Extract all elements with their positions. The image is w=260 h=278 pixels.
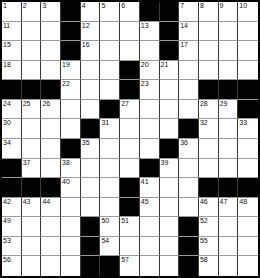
white-cell[interactable]: 7 <box>179 2 199 22</box>
clue-number: 50 <box>101 217 109 225</box>
white-cell[interactable]: 46 <box>199 198 219 218</box>
white-cell[interactable] <box>22 237 42 257</box>
white-cell[interactable]: 52 <box>199 217 219 237</box>
white-cell[interactable] <box>120 159 140 179</box>
white-cell[interactable]: 34 <box>2 139 22 159</box>
white-cell[interactable]: 28 <box>199 100 219 120</box>
white-cell[interactable]: 48 <box>238 198 258 218</box>
white-cell[interactable] <box>179 198 199 218</box>
black-cell <box>160 139 180 159</box>
white-cell[interactable] <box>22 41 42 61</box>
clue-number: 48 <box>239 198 247 206</box>
white-cell[interactable]: 1 <box>2 2 22 22</box>
clue-number: 45 <box>141 198 149 206</box>
clue-number: 18 <box>3 61 11 69</box>
clue-number: 9 <box>220 2 224 10</box>
white-cell[interactable] <box>61 217 81 237</box>
black-cell <box>140 2 160 22</box>
white-cell[interactable] <box>160 119 180 139</box>
white-cell[interactable] <box>81 159 101 179</box>
white-cell[interactable]: 42 <box>2 198 22 218</box>
black-cell <box>2 178 22 198</box>
white-cell[interactable] <box>140 139 160 159</box>
white-cell[interactable] <box>238 237 258 257</box>
white-cell[interactable] <box>61 119 81 139</box>
white-cell[interactable] <box>238 217 258 237</box>
black-cell <box>81 237 101 257</box>
black-cell <box>41 178 61 198</box>
white-cell[interactable] <box>120 237 140 257</box>
clue-number: 56 <box>3 256 11 264</box>
white-cell[interactable]: 40 <box>61 178 81 198</box>
white-cell[interactable] <box>140 237 160 257</box>
crossword-board: 1234567891011121314151617181920212223242… <box>0 0 260 278</box>
black-cell <box>179 119 199 139</box>
clue-number: 27 <box>121 100 129 108</box>
white-cell[interactable] <box>100 178 120 198</box>
white-cell[interactable]: 31 <box>100 119 120 139</box>
white-cell[interactable] <box>61 256 81 276</box>
clue-number: 13 <box>141 22 149 30</box>
clue-number: 41 <box>141 178 149 186</box>
clue-number: 54 <box>101 237 109 245</box>
white-cell[interactable] <box>219 256 239 276</box>
white-cell[interactable]: 44 <box>41 198 61 218</box>
white-cell[interactable] <box>219 217 239 237</box>
white-cell[interactable] <box>41 61 61 81</box>
white-cell[interactable] <box>22 217 42 237</box>
white-cell[interactable] <box>120 139 140 159</box>
white-cell[interactable] <box>100 159 120 179</box>
white-cell[interactable] <box>219 139 239 159</box>
white-cell[interactable] <box>41 237 61 257</box>
clue-number: 16 <box>82 41 90 49</box>
white-cell[interactable] <box>100 198 120 218</box>
white-cell[interactable] <box>140 217 160 237</box>
white-cell[interactable] <box>238 22 258 42</box>
black-cell <box>2 159 22 179</box>
black-cell <box>219 80 239 100</box>
black-cell <box>100 256 120 276</box>
white-cell[interactable] <box>140 100 160 120</box>
white-cell[interactable]: 11 <box>2 22 22 42</box>
white-cell[interactable] <box>22 61 42 81</box>
clue-number: 47 <box>220 198 228 206</box>
clue-number: 55 <box>200 237 208 245</box>
white-cell[interactable] <box>22 22 42 42</box>
white-cell[interactable]: 38 <box>61 159 81 179</box>
white-cell[interactable] <box>100 61 120 81</box>
white-cell[interactable]: 25 <box>22 100 42 120</box>
white-cell[interactable] <box>120 41 140 61</box>
black-cell <box>120 80 140 100</box>
white-cell[interactable] <box>238 61 258 81</box>
white-cell[interactable]: 9 <box>219 2 239 22</box>
black-cell <box>238 80 258 100</box>
clue-number: 1 <box>3 2 7 10</box>
black-cell <box>179 256 199 276</box>
clue-number: 7 <box>180 2 184 10</box>
white-cell[interactable] <box>238 41 258 61</box>
white-cell[interactable] <box>160 256 180 276</box>
white-cell[interactable]: 54 <box>100 237 120 257</box>
white-cell[interactable]: 36 <box>179 139 199 159</box>
clue-number: 3 <box>42 2 46 10</box>
white-cell[interactable]: 43 <box>22 198 42 218</box>
clue-number: 51 <box>121 217 129 225</box>
white-cell[interactable] <box>100 139 120 159</box>
clue-number: 23 <box>141 80 149 88</box>
white-cell[interactable] <box>61 100 81 120</box>
clue-number: 36 <box>180 139 188 147</box>
clue-number: 29 <box>220 100 228 108</box>
white-cell[interactable]: 14 <box>179 22 199 42</box>
white-cell[interactable]: 55 <box>199 237 219 257</box>
white-cell[interactable]: 13 <box>140 22 160 42</box>
black-cell <box>81 119 101 139</box>
white-cell[interactable] <box>22 139 42 159</box>
white-cell[interactable]: 33 <box>238 119 258 139</box>
black-cell <box>81 217 101 237</box>
white-cell[interactable]: 5 <box>100 2 120 22</box>
clue-number: 17 <box>180 41 188 49</box>
white-cell[interactable]: 24 <box>2 100 22 120</box>
white-cell[interactable] <box>41 159 61 179</box>
white-cell[interactable]: 20 <box>140 61 160 81</box>
white-cell[interactable]: 19 <box>61 61 81 81</box>
white-cell[interactable] <box>199 159 219 179</box>
clue-number: 30 <box>3 119 11 127</box>
white-cell[interactable]: 49 <box>2 217 22 237</box>
white-cell[interactable]: 17 <box>179 41 199 61</box>
black-cell <box>22 178 42 198</box>
white-cell[interactable] <box>81 61 101 81</box>
clue-number: 58 <box>200 256 208 264</box>
white-cell[interactable] <box>41 22 61 42</box>
black-cell <box>2 80 22 100</box>
white-cell[interactable]: 26 <box>41 100 61 120</box>
white-cell[interactable] <box>238 159 258 179</box>
clue-number: 8 <box>200 2 204 10</box>
white-cell[interactable] <box>120 119 140 139</box>
clue-number: 25 <box>23 100 31 108</box>
clue-number: 39 <box>161 159 169 167</box>
clue-number: 35 <box>82 139 90 147</box>
clue-number: 53 <box>3 237 11 245</box>
white-cell[interactable] <box>199 41 219 61</box>
black-cell <box>160 41 180 61</box>
white-cell[interactable]: 57 <box>120 256 140 276</box>
black-cell <box>160 22 180 42</box>
white-cell[interactable]: 18 <box>2 61 22 81</box>
white-cell[interactable]: 56 <box>2 256 22 276</box>
white-cell[interactable]: 47 <box>219 198 239 218</box>
white-cell[interactable] <box>238 256 258 276</box>
white-cell[interactable]: 15 <box>2 41 22 61</box>
white-cell[interactable]: 51 <box>120 217 140 237</box>
white-cell[interactable]: 41 <box>140 178 160 198</box>
clue-number: 5 <box>101 2 105 10</box>
white-cell[interactable]: 4 <box>81 2 101 22</box>
white-cell[interactable]: 39 <box>160 159 180 179</box>
white-cell[interactable]: 12 <box>81 22 101 42</box>
black-cell <box>160 2 180 22</box>
clue-number: 31 <box>101 119 109 127</box>
clue-number: 21 <box>161 61 169 69</box>
clue-number: 40 <box>62 178 70 186</box>
white-cell[interactable] <box>140 256 160 276</box>
white-cell[interactable]: 22 <box>61 80 81 100</box>
white-cell[interactable] <box>160 217 180 237</box>
black-cell <box>41 80 61 100</box>
white-cell[interactable] <box>140 119 160 139</box>
black-cell <box>199 80 219 100</box>
white-cell[interactable] <box>160 237 180 257</box>
clue-number: 19 <box>62 61 70 69</box>
black-cell <box>179 237 199 257</box>
white-cell[interactable] <box>179 100 199 120</box>
white-cell[interactable]: 21 <box>160 61 180 81</box>
black-cell <box>238 178 258 198</box>
white-cell[interactable] <box>219 237 239 257</box>
clue-number: 38 <box>62 159 70 167</box>
white-cell[interactable] <box>160 80 180 100</box>
white-cell[interactable] <box>160 100 180 120</box>
clue-number: 37 <box>23 159 31 167</box>
clue-number: 34 <box>3 139 11 147</box>
clue-number: 44 <box>42 198 50 206</box>
black-cell <box>22 80 42 100</box>
clue-number: 15 <box>3 41 11 49</box>
white-cell[interactable] <box>199 139 219 159</box>
clue-number: 46 <box>200 198 208 206</box>
black-cell <box>61 2 81 22</box>
white-cell[interactable] <box>219 61 239 81</box>
white-cell[interactable] <box>81 178 101 198</box>
white-cell[interactable]: 8 <box>199 2 219 22</box>
white-cell[interactable]: 16 <box>81 41 101 61</box>
white-cell[interactable]: 27 <box>120 100 140 120</box>
clue-number: 10 <box>239 2 247 10</box>
white-cell[interactable]: 3 <box>41 2 61 22</box>
black-cell <box>120 198 140 218</box>
black-cell <box>61 41 81 61</box>
white-cell[interactable] <box>41 119 61 139</box>
clue-number: 24 <box>3 100 11 108</box>
clue-number: 33 <box>239 119 247 127</box>
black-cell <box>120 178 140 198</box>
clue-number: 43 <box>23 198 31 206</box>
white-cell[interactable] <box>61 237 81 257</box>
white-cell[interactable] <box>41 217 61 237</box>
white-cell[interactable]: 23 <box>140 80 160 100</box>
clue-number: 22 <box>62 80 70 88</box>
white-cell[interactable] <box>81 80 101 100</box>
clue-number: 6 <box>121 2 125 10</box>
white-cell[interactable] <box>199 22 219 42</box>
clue-number: 4 <box>82 2 86 10</box>
white-cell[interactable]: 35 <box>81 139 101 159</box>
black-cell <box>61 139 81 159</box>
white-cell[interactable] <box>100 41 120 61</box>
white-cell[interactable] <box>179 61 199 81</box>
white-cell[interactable]: 45 <box>140 198 160 218</box>
clue-number: 26 <box>42 100 50 108</box>
white-cell[interactable]: 53 <box>2 237 22 257</box>
white-cell[interactable] <box>140 41 160 61</box>
white-cell[interactable] <box>41 256 61 276</box>
clue-number: 42 <box>3 198 11 206</box>
black-cell <box>238 100 258 120</box>
white-cell[interactable] <box>61 198 81 218</box>
black-cell <box>199 178 219 198</box>
white-cell[interactable] <box>41 139 61 159</box>
clue-number: 52 <box>200 217 208 225</box>
clue-number: 49 <box>3 217 11 225</box>
white-cell[interactable]: 32 <box>199 119 219 139</box>
white-cell[interactable]: 6 <box>120 2 140 22</box>
clue-number: 2 <box>23 2 27 10</box>
white-cell[interactable] <box>22 256 42 276</box>
white-cell[interactable] <box>219 159 239 179</box>
white-cell[interactable] <box>100 80 120 100</box>
white-cell[interactable] <box>179 178 199 198</box>
clue-number: 32 <box>200 119 208 127</box>
white-cell[interactable]: 37 <box>22 159 42 179</box>
black-cell <box>219 178 239 198</box>
white-cell[interactable] <box>160 178 180 198</box>
white-cell[interactable] <box>179 159 199 179</box>
clue-number: 57 <box>121 256 129 264</box>
black-cell <box>140 159 160 179</box>
white-cell[interactable]: 29 <box>219 100 239 120</box>
clue-number: 11 <box>3 22 10 30</box>
black-cell <box>61 22 81 42</box>
clue-number: 20 <box>141 61 149 69</box>
white-cell[interactable] <box>219 22 239 42</box>
white-cell[interactable]: 30 <box>2 119 22 139</box>
white-cell[interactable]: 2 <box>22 2 42 22</box>
white-cell[interactable] <box>120 22 140 42</box>
white-cell[interactable] <box>41 41 61 61</box>
black-cell <box>179 217 199 237</box>
black-cell <box>120 61 140 81</box>
white-cell[interactable] <box>199 61 219 81</box>
white-cell[interactable] <box>22 119 42 139</box>
white-cell[interactable]: 58 <box>199 256 219 276</box>
white-cell[interactable] <box>219 41 239 61</box>
white-cell[interactable]: 50 <box>100 217 120 237</box>
clue-number: 12 <box>82 22 90 30</box>
white-cell[interactable]: 10 <box>238 2 258 22</box>
clue-number: 14 <box>180 22 188 30</box>
black-cell <box>81 256 101 276</box>
white-cell[interactable] <box>238 139 258 159</box>
white-cell[interactable] <box>219 119 239 139</box>
white-cell[interactable] <box>81 100 101 120</box>
white-cell[interactable] <box>100 22 120 42</box>
black-cell <box>100 100 120 120</box>
clue-number: 28 <box>200 100 208 108</box>
white-cell[interactable] <box>160 198 180 218</box>
white-cell[interactable] <box>81 198 101 218</box>
white-cell[interactable] <box>179 80 199 100</box>
